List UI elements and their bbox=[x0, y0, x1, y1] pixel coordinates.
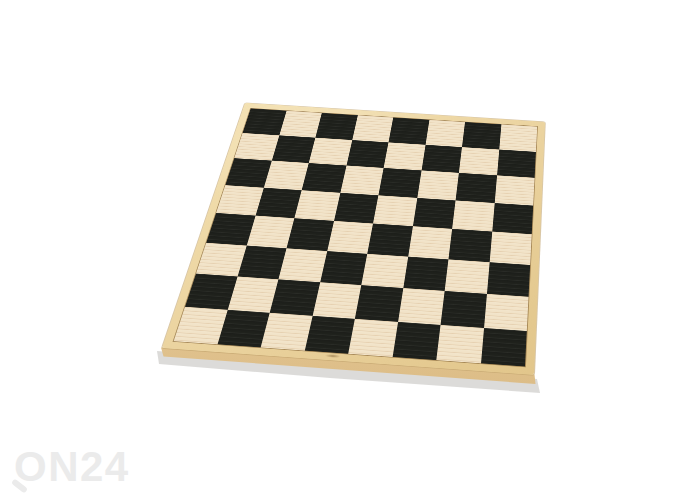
square-h2 bbox=[484, 294, 529, 331]
square-d4 bbox=[327, 221, 373, 254]
square-d7 bbox=[346, 140, 388, 168]
square-f6 bbox=[417, 170, 459, 200]
square-g7 bbox=[459, 147, 499, 175]
square-h6 bbox=[494, 175, 534, 205]
square-f2 bbox=[398, 288, 445, 325]
square-g5 bbox=[452, 200, 494, 231]
square-d5 bbox=[334, 192, 379, 223]
square-c7 bbox=[309, 137, 352, 165]
square-h3 bbox=[487, 262, 531, 297]
watermark-text: ON24 bbox=[14, 443, 130, 490]
square-g4 bbox=[448, 229, 491, 262]
square-g3 bbox=[445, 259, 490, 294]
square-f4 bbox=[408, 226, 452, 259]
square-e4 bbox=[367, 223, 412, 256]
square-e2 bbox=[355, 285, 403, 321]
square-f1 bbox=[392, 321, 440, 360]
square-g1 bbox=[436, 325, 483, 364]
square-f3 bbox=[403, 256, 449, 291]
square-d6 bbox=[340, 165, 384, 195]
square-c3 bbox=[278, 248, 326, 282]
square-e8 bbox=[389, 117, 430, 144]
square-e7 bbox=[384, 142, 426, 170]
square-h4 bbox=[489, 231, 531, 264]
product-photo-scene: ON24 bbox=[0, 0, 700, 501]
square-e3 bbox=[361, 253, 408, 288]
square-d1 bbox=[304, 315, 355, 353]
square-h5 bbox=[492, 203, 533, 234]
square-d3 bbox=[320, 251, 368, 285]
square-c5 bbox=[294, 190, 340, 221]
square-f5 bbox=[413, 198, 456, 229]
watermark: ON24 bbox=[14, 446, 130, 488]
square-h1 bbox=[481, 328, 527, 367]
square-h8 bbox=[499, 124, 537, 151]
square-f8 bbox=[425, 120, 465, 147]
game-board bbox=[162, 103, 545, 375]
square-g6 bbox=[456, 173, 497, 203]
square-c4 bbox=[287, 218, 334, 251]
square-d2 bbox=[312, 282, 361, 318]
square-f7 bbox=[421, 144, 462, 172]
square-h7 bbox=[497, 149, 536, 178]
square-g8 bbox=[462, 122, 501, 149]
square-e5 bbox=[373, 195, 417, 226]
square-e6 bbox=[378, 168, 421, 198]
square-c6 bbox=[302, 163, 346, 192]
square-c8 bbox=[315, 113, 357, 140]
square-g2 bbox=[441, 291, 487, 328]
square-c2 bbox=[270, 279, 320, 315]
square-e1 bbox=[348, 318, 397, 356]
board-squares-grid bbox=[174, 108, 537, 366]
square-d8 bbox=[352, 115, 393, 142]
